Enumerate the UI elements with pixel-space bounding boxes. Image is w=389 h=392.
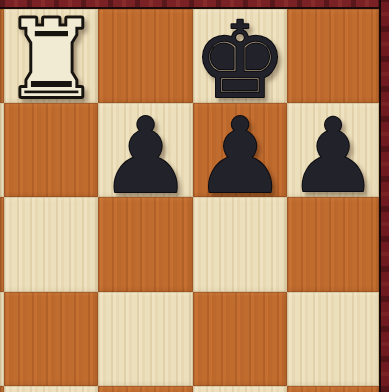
square-g4[interactable] <box>193 386 287 392</box>
square-g7[interactable]: ♟ <box>193 103 287 197</box>
square-e5[interactable] <box>4 292 98 386</box>
svg-text:♟: ♟ <box>193 103 286 197</box>
square-e7[interactable] <box>4 103 98 197</box>
square-f4[interactable] <box>98 386 193 392</box>
square-h4[interactable] <box>287 386 379 392</box>
svg-text:♚: ♚ <box>193 9 287 103</box>
chess-board: ♜♚♟♟♟ <box>0 9 379 392</box>
square-g6[interactable] <box>193 197 287 292</box>
square-f6[interactable] <box>98 197 193 292</box>
square-h7[interactable]: ♟ <box>287 103 379 197</box>
board-frame-right <box>379 0 389 392</box>
svg-text:♜: ♜ <box>4 9 98 103</box>
square-f7[interactable]: ♟ <box>98 103 193 197</box>
board-frame-top <box>0 0 389 9</box>
black-pawn-f7-icon[interactable]: ♟ <box>98 103 193 197</box>
square-g8[interactable]: ♚ <box>193 9 287 103</box>
square-e8[interactable]: ♜ <box>4 9 98 103</box>
svg-text:♟: ♟ <box>99 103 192 197</box>
square-e6[interactable] <box>4 197 98 292</box>
black-pawn-g7-icon[interactable]: ♟ <box>193 103 287 197</box>
square-g5[interactable] <box>193 292 287 386</box>
chess-app-window: ♜♚♟♟♟ <box>0 0 389 392</box>
white-rook-e8-icon[interactable]: ♜ <box>4 9 98 103</box>
square-h5[interactable] <box>287 292 379 386</box>
square-h6[interactable] <box>287 197 379 292</box>
square-f5[interactable] <box>98 292 193 386</box>
black-king-g8-icon[interactable]: ♚ <box>193 9 287 103</box>
square-h8[interactable] <box>287 9 379 103</box>
svg-text:♟: ♟ <box>287 103 378 197</box>
square-e4[interactable] <box>4 386 98 392</box>
square-f8[interactable] <box>98 9 193 103</box>
black-pawn-h7-icon[interactable]: ♟ <box>287 103 379 197</box>
